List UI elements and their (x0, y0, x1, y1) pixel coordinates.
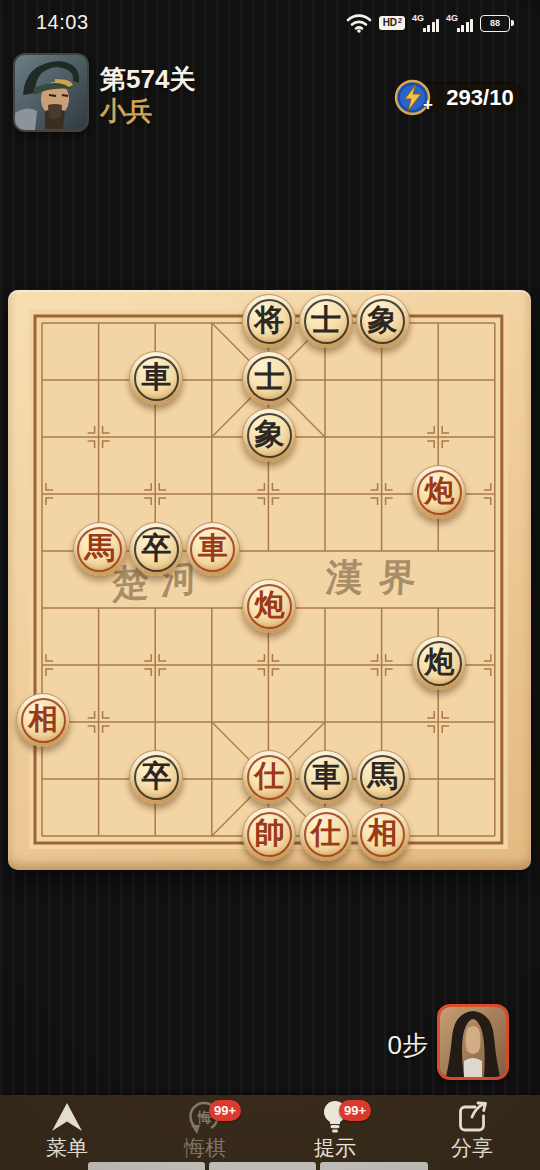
piece-glyph: 相 (28, 704, 58, 734)
strip-2 (209, 1162, 316, 1170)
piece-red-車-3-4[interactable]: 車 (186, 522, 240, 576)
wifi-icon (346, 13, 372, 33)
undo-badge: 99+ (209, 1100, 241, 1121)
piece-red-炮-4-5[interactable]: 炮 (242, 579, 296, 633)
move-counter: 0步 (388, 1028, 428, 1063)
rank-label: 小兵 (100, 94, 152, 129)
signal-icon-sim2: 4G (446, 13, 473, 33)
clock: 14:03 (36, 11, 89, 34)
piece-red-相-0-7[interactable]: 相 (16, 693, 70, 747)
piece-red-馬-1-4[interactable]: 馬 (73, 522, 127, 576)
nav-undo-button[interactable]: 悔 悔棋 99+ (155, 1098, 255, 1168)
piece-red-仕-4-8[interactable]: 仕 (242, 750, 296, 804)
player-avatar-image (15, 55, 87, 130)
piece-glyph: 車 (198, 533, 228, 563)
piece-black-炮-7-6[interactable]: 炮 (412, 636, 466, 690)
nav-undo-label: 悔棋 (184, 1136, 226, 1160)
piece-black-卒-2-4[interactable]: 卒 (129, 522, 183, 576)
bottom-nav: 菜单 悔 悔棋 99+ 提示 (0, 1095, 540, 1170)
piece-glyph: 象 (254, 419, 284, 449)
piece-glyph: 卒 (141, 533, 171, 563)
piece-black-車-5-8[interactable]: 車 (299, 750, 353, 804)
nav-menu-label: 菜单 (46, 1136, 88, 1160)
piece-glyph: 将 (254, 305, 284, 335)
piece-glyph: 車 (311, 761, 341, 791)
status-bar: 14:03 HD2 4G 4G 88 (0, 0, 540, 45)
piece-glyph: 車 (141, 362, 171, 392)
app-screen: 14:03 HD2 4G 4G 88 (0, 0, 540, 1170)
piece-black-将-4-0[interactable]: 将 (242, 294, 296, 348)
menu-icon (49, 1101, 85, 1133)
piece-black-士-4-1[interactable]: 士 (242, 351, 296, 405)
piece-glyph: 馬 (368, 761, 398, 791)
bottom-button-strips[interactable] (0, 1162, 540, 1170)
piece-glyph: 帥 (254, 818, 284, 848)
xiangqi-board[interactable]: 楚河 漢界 将士象車士象炮馬卒車炮炮相卒仕車馬帥仕相 (8, 290, 531, 870)
level-title: 第574关 (100, 62, 195, 97)
river-label-right: 漢界 (325, 553, 434, 603)
piece-glyph: 相 (368, 818, 398, 848)
opponent-avatar-image (440, 1007, 506, 1077)
nav-menu-button[interactable]: 菜单 (17, 1098, 117, 1168)
piece-glyph: 卒 (141, 761, 171, 791)
nav-hint-label: 提示 (314, 1136, 356, 1160)
piece-black-象-4-2[interactable]: 象 (242, 408, 296, 462)
piece-black-馬-6-8[interactable]: 馬 (356, 750, 410, 804)
piece-red-炮-7-3[interactable]: 炮 (412, 465, 466, 519)
share-icon (454, 1099, 490, 1135)
piece-glyph: 炮 (424, 476, 454, 506)
battery-icon: 88 (480, 15, 510, 32)
piece-black-士-5-0[interactable]: 士 (299, 294, 353, 348)
strip-3 (320, 1162, 428, 1170)
energy-count: 293/10 (440, 85, 520, 111)
piece-black-車-2-1[interactable]: 車 (129, 351, 183, 405)
status-icons: HD2 4G 4G 88 (346, 10, 510, 36)
piece-red-仕-5-9[interactable]: 仕 (299, 807, 353, 861)
energy-plus-icon: + (423, 95, 433, 115)
hint-badge: 99+ (339, 1100, 371, 1121)
nav-share-label: 分享 (451, 1136, 493, 1160)
piece-glyph: 士 (311, 305, 341, 335)
nav-hint-button[interactable]: 提示 99+ (285, 1098, 385, 1168)
battery-percent: 88 (490, 18, 500, 28)
piece-red-帥-4-9[interactable]: 帥 (242, 807, 296, 861)
strip-1 (88, 1162, 205, 1170)
player-avatar[interactable] (13, 53, 89, 132)
piece-glyph: 炮 (254, 590, 284, 620)
piece-red-相-6-9[interactable]: 相 (356, 807, 410, 861)
energy-widget[interactable]: 293/10 + (394, 79, 530, 116)
hd-volte-icon: HD2 (379, 16, 405, 30)
piece-black-卒-2-8[interactable]: 卒 (129, 750, 183, 804)
piece-glyph: 馬 (85, 533, 115, 563)
piece-glyph: 仕 (254, 761, 284, 791)
opponent-avatar[interactable] (437, 1004, 509, 1080)
piece-black-象-6-0[interactable]: 象 (356, 294, 410, 348)
piece-glyph: 象 (368, 305, 398, 335)
piece-glyph: 仕 (311, 818, 341, 848)
signal-icon-sim1: 4G (412, 13, 439, 33)
piece-glyph: 炮 (424, 647, 454, 677)
nav-share-button[interactable]: 分享 (422, 1098, 522, 1168)
piece-glyph: 士 (254, 362, 284, 392)
